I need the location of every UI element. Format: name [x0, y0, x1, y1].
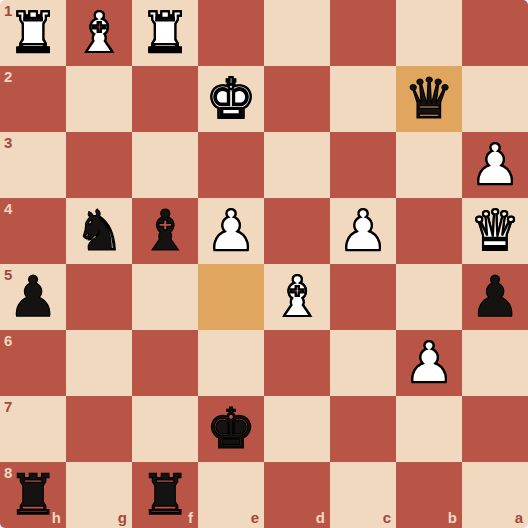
white-pawn[interactable]: ♟: [338, 198, 388, 264]
square-f2[interactable]: [132, 66, 198, 132]
file-label-b: b: [448, 510, 457, 525]
square-h1[interactable]: 1♜: [0, 0, 66, 66]
square-d2[interactable]: [264, 66, 330, 132]
square-a1[interactable]: [462, 0, 528, 66]
square-f6[interactable]: [132, 330, 198, 396]
rank-label-3: 3: [4, 135, 12, 150]
square-g5[interactable]: [66, 264, 132, 330]
black-pawn[interactable]: ♟: [470, 264, 520, 330]
square-d8[interactable]: d: [264, 462, 330, 528]
square-f8[interactable]: f♜: [132, 462, 198, 528]
square-h2[interactable]: 2: [0, 66, 66, 132]
square-b6[interactable]: ♟: [396, 330, 462, 396]
white-pawn[interactable]: ♟: [470, 132, 520, 198]
square-c2[interactable]: [330, 66, 396, 132]
square-h7[interactable]: 7: [0, 396, 66, 462]
square-h6[interactable]: 6: [0, 330, 66, 396]
square-a4[interactable]: ♛: [462, 198, 528, 264]
square-g7[interactable]: [66, 396, 132, 462]
square-e8[interactable]: e: [198, 462, 264, 528]
square-h5[interactable]: 5♟: [0, 264, 66, 330]
rank-label-7: 7: [4, 399, 12, 414]
square-c7[interactable]: [330, 396, 396, 462]
square-d5[interactable]: ♝: [264, 264, 330, 330]
square-e1[interactable]: [198, 0, 264, 66]
square-f1[interactable]: ♜: [132, 0, 198, 66]
black-bishop[interactable]: ♝: [140, 198, 190, 264]
square-e7[interactable]: ♚: [198, 396, 264, 462]
square-h3[interactable]: 3: [0, 132, 66, 198]
square-e3[interactable]: [198, 132, 264, 198]
black-pawn[interactable]: ♟: [8, 264, 58, 330]
square-g2[interactable]: [66, 66, 132, 132]
white-pawn[interactable]: ♟: [404, 330, 454, 396]
square-c1[interactable]: [330, 0, 396, 66]
file-label-a: a: [515, 510, 523, 525]
square-b7[interactable]: [396, 396, 462, 462]
rank-label-4: 4: [4, 201, 12, 216]
square-e6[interactable]: [198, 330, 264, 396]
square-d4[interactable]: [264, 198, 330, 264]
black-queen[interactable]: ♛: [404, 66, 454, 132]
square-d1[interactable]: [264, 0, 330, 66]
square-d7[interactable]: [264, 396, 330, 462]
white-rook[interactable]: ♜: [140, 0, 190, 66]
file-label-g: g: [118, 510, 127, 525]
white-bishop[interactable]: ♝: [74, 0, 124, 66]
square-c3[interactable]: [330, 132, 396, 198]
square-a8[interactable]: a: [462, 462, 528, 528]
square-c4[interactable]: ♟: [330, 198, 396, 264]
file-label-c: c: [383, 510, 391, 525]
file-label-d: d: [316, 510, 325, 525]
white-king[interactable]: ♚: [206, 66, 256, 132]
square-b5[interactable]: [396, 264, 462, 330]
chess-board-wrapper: 1♜♝♜2♚♛3♟4♞♝♟♟♛5♟♝♟6♟7♚8h♜gf♜edcba: [0, 0, 528, 528]
white-rook[interactable]: ♜: [8, 0, 58, 66]
square-f3[interactable]: [132, 132, 198, 198]
white-bishop[interactable]: ♝: [272, 264, 322, 330]
square-g4[interactable]: ♞: [66, 198, 132, 264]
black-king[interactable]: ♚: [206, 396, 256, 462]
square-g8[interactable]: g: [66, 462, 132, 528]
square-h8[interactable]: 8h♜: [0, 462, 66, 528]
rank-label-2: 2: [4, 69, 12, 84]
black-rook[interactable]: ♜: [140, 462, 190, 528]
square-g6[interactable]: [66, 330, 132, 396]
square-c8[interactable]: c: [330, 462, 396, 528]
square-c5[interactable]: [330, 264, 396, 330]
white-queen[interactable]: ♛: [470, 198, 520, 264]
square-c6[interactable]: [330, 330, 396, 396]
black-rook[interactable]: ♜: [8, 462, 58, 528]
square-d3[interactable]: [264, 132, 330, 198]
chess-board: 1♜♝♜2♚♛3♟4♞♝♟♟♛5♟♝♟6♟7♚8h♜gf♜edcba: [0, 0, 528, 528]
square-g1[interactable]: ♝: [66, 0, 132, 66]
square-b8[interactable]: b: [396, 462, 462, 528]
square-f5[interactable]: [132, 264, 198, 330]
square-b3[interactable]: [396, 132, 462, 198]
square-h4[interactable]: 4: [0, 198, 66, 264]
white-pawn[interactable]: ♟: [206, 198, 256, 264]
square-f7[interactable]: [132, 396, 198, 462]
square-b1[interactable]: [396, 0, 462, 66]
square-f4[interactable]: ♝: [132, 198, 198, 264]
square-a6[interactable]: [462, 330, 528, 396]
square-a3[interactable]: ♟: [462, 132, 528, 198]
black-knight[interactable]: ♞: [74, 198, 124, 264]
square-b2[interactable]: ♛: [396, 66, 462, 132]
square-a7[interactable]: [462, 396, 528, 462]
square-e5[interactable]: [198, 264, 264, 330]
square-e4[interactable]: ♟: [198, 198, 264, 264]
square-a5[interactable]: ♟: [462, 264, 528, 330]
square-d6[interactable]: [264, 330, 330, 396]
rank-label-6: 6: [4, 333, 12, 348]
file-label-e: e: [251, 510, 259, 525]
square-a2[interactable]: [462, 66, 528, 132]
square-e2[interactable]: ♚: [198, 66, 264, 132]
square-b4[interactable]: [396, 198, 462, 264]
square-g3[interactable]: [66, 132, 132, 198]
